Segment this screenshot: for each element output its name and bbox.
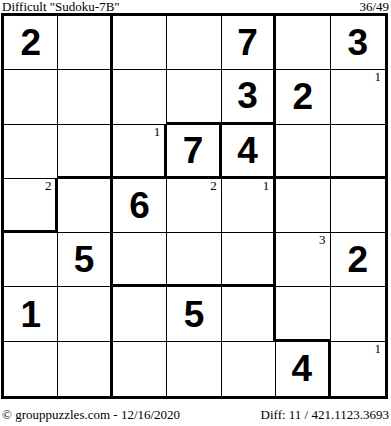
given-digit: 2 (293, 78, 314, 115)
difficulty-id-text: Diff: 11 / 421.1123.3693 (261, 408, 389, 422)
cell-r4c2[interactable] (58, 179, 112, 233)
cell-r1c5: 7 (222, 16, 276, 70)
corner-mark-digit: 1 (374, 70, 381, 84)
cell-r6c6[interactable] (276, 287, 330, 341)
given-digit: 4 (237, 132, 258, 169)
corner-mark-digit: 1 (154, 125, 161, 139)
cell-r5c1[interactable] (4, 233, 58, 287)
cell-r3c7[interactable] (331, 125, 385, 179)
given-digit: 2 (20, 24, 41, 61)
cell-r2c3[interactable] (113, 70, 167, 124)
puzzle-title: Difficult "Sudoku-7B" (2, 0, 120, 13)
cell-r4c7[interactable] (331, 179, 385, 233)
cell-r7c3[interactable] (113, 342, 167, 396)
cell-r7c7[interactable]: 1 (331, 342, 385, 396)
corner-mark-digit: 1 (374, 342, 381, 356)
cell-r7c1[interactable] (4, 342, 58, 396)
copyright-date-text: © grouppuzzles.com - 12/16/2020 (2, 408, 180, 422)
cell-r4c6[interactable] (276, 179, 330, 233)
given-digit: 1 (20, 296, 41, 333)
cell-r5c6[interactable]: 3 (276, 233, 330, 287)
cell-r3c6[interactable] (276, 125, 330, 179)
cell-r3c1[interactable] (4, 125, 58, 179)
given-digit: 7 (237, 24, 258, 61)
cell-r2c4[interactable] (167, 70, 221, 124)
cell-r2c1[interactable] (4, 70, 58, 124)
corner-mark-digit: 2 (45, 179, 52, 193)
cell-r5c3[interactable] (113, 233, 167, 287)
cell-r1c7: 3 (331, 16, 385, 70)
cell-r4c4[interactable]: 2 (167, 179, 221, 233)
header: Difficult "Sudoku-7B" 36/49 (2, 0, 389, 13)
given-digit: 5 (184, 296, 205, 333)
given-digit: 2 (347, 241, 368, 278)
cell-r4c3: 6 (113, 179, 167, 233)
cell-r5c2: 5 (58, 233, 112, 287)
sudoku-board: 27332117426215321541 (1, 13, 388, 399)
cell-r1c4[interactable] (167, 16, 221, 70)
cell-r7c2[interactable] (58, 342, 112, 396)
cell-r3c2[interactable] (58, 125, 112, 179)
cell-r6c4: 5 (167, 287, 221, 341)
cell-r1c6[interactable] (276, 16, 330, 70)
corner-mark-digit: 3 (319, 233, 326, 247)
given-digit: 7 (183, 132, 204, 169)
corner-mark-digit: 2 (210, 179, 217, 193)
cell-r4c5[interactable]: 1 (222, 179, 276, 233)
cell-r2c2[interactable] (58, 70, 112, 124)
cell-r5c7: 2 (331, 233, 385, 287)
footer: © grouppuzzles.com - 12/16/2020 Diff: 11… (2, 407, 389, 422)
cell-r2c7[interactable]: 1 (331, 70, 385, 124)
empty-cell-counter: 36/49 (359, 0, 389, 13)
cell-r3c4: 7 (167, 125, 221, 179)
cell-r6c2[interactable] (58, 287, 112, 341)
cell-r4c1[interactable]: 2 (4, 179, 58, 233)
cell-r5c4[interactable] (167, 233, 221, 287)
given-digit: 4 (292, 350, 313, 387)
cell-r6c5[interactable] (222, 287, 276, 341)
given-digit: 3 (237, 77, 258, 114)
given-digit: 6 (129, 187, 150, 224)
given-digit: 3 (347, 24, 368, 61)
cell-r2c5: 3 (222, 70, 276, 124)
cell-r1c1: 2 (4, 16, 58, 70)
given-digit: 5 (74, 241, 95, 278)
cell-r7c6: 4 (276, 342, 330, 396)
cell-r3c5: 4 (222, 125, 276, 179)
cell-r6c1: 1 (4, 287, 58, 341)
corner-mark-digit: 1 (263, 179, 270, 193)
cell-r6c3[interactable] (113, 287, 167, 341)
cell-r7c4[interactable] (167, 342, 221, 396)
cell-r3c3[interactable]: 1 (113, 125, 167, 179)
cell-r2c6: 2 (276, 70, 330, 124)
cell-r6c7[interactable] (331, 287, 385, 341)
cell-r1c3[interactable] (113, 16, 167, 70)
cell-r7c5[interactable] (222, 342, 276, 396)
cell-r5c5[interactable] (222, 233, 276, 287)
cell-r1c2[interactable] (58, 16, 112, 70)
